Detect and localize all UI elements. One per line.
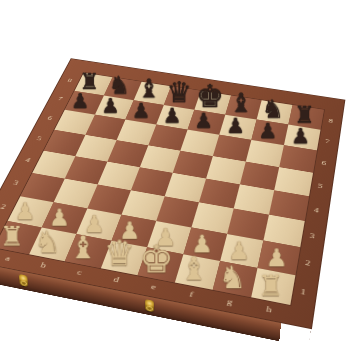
square-h1[interactable]: ♜ xyxy=(251,268,295,305)
square-c5[interactable] xyxy=(107,140,148,167)
square-g2[interactable]: ♟ xyxy=(220,234,263,268)
rank-label: 6 xyxy=(314,151,333,176)
rank-label: 1 xyxy=(291,275,314,308)
square-d1[interactable]: ♛ xyxy=(101,241,147,276)
chess-board-box: ♜♞♝♛♚♝♞♜♟♟♟♟♟♟♟♟♟♟♟♟♟♟♟♟♜♞♝♛♚♝♞♜ abcdefg… xyxy=(0,58,345,329)
scene: ♜♞♝♛♚♝♞♜♟♟♟♟♟♟♟♟♟♟♟♟♟♟♟♟♜♞♝♛♚♝♞♜ abcdefg… xyxy=(0,0,350,350)
square-f2[interactable]: ♟ xyxy=(183,227,227,261)
square-d4[interactable] xyxy=(131,167,173,196)
piece-black-queen: ♛ xyxy=(156,78,202,107)
brass-clasp-icon xyxy=(19,274,29,287)
piece-white-rook: ♜ xyxy=(0,223,39,250)
chess-set-photo: ♜♞♝♛♚♝♞♜♟♟♟♟♟♟♟♟♟♟♟♟♟♟♟♟♜♞♝♛♚♝♞♜ abcdefg… xyxy=(0,0,350,350)
rank-label: 4 xyxy=(306,196,327,224)
rank-label: 7 xyxy=(318,130,337,154)
brass-clasp-icon xyxy=(145,299,154,312)
rank-label: 2 xyxy=(297,247,319,278)
rank-label: 3 xyxy=(301,221,323,250)
rank-label: 8 xyxy=(321,110,339,132)
square-h7[interactable]: ♟ xyxy=(284,125,321,151)
square-d3[interactable] xyxy=(122,190,165,221)
square-e5[interactable] xyxy=(173,151,213,179)
rank-label: 5 xyxy=(310,173,330,199)
